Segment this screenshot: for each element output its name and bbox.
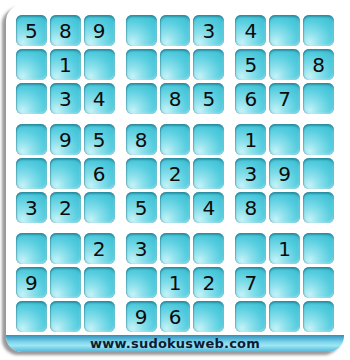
cell-r7c8[interactable]: 1 (269, 233, 300, 264)
cell-r1c9[interactable] (303, 15, 334, 46)
cell-r4c3[interactable]: 5 (84, 124, 115, 155)
cell-r4c5[interactable] (160, 124, 191, 155)
cell-r8c6[interactable]: 2 (193, 267, 224, 298)
cell-r4c9[interactable] (303, 124, 334, 155)
cell-r1c2[interactable]: 8 (50, 15, 81, 46)
cell-r8c8[interactable] (269, 267, 300, 298)
cell-r8c9[interactable] (303, 267, 334, 298)
cell-r6c9[interactable] (303, 192, 334, 223)
box-1: 385 (123, 12, 228, 117)
cell-r3c6[interactable]: 5 (193, 83, 224, 114)
cell-r4c1[interactable] (16, 124, 47, 155)
cell-r8c5[interactable]: 1 (160, 267, 191, 298)
cell-r3c7[interactable]: 6 (235, 83, 266, 114)
website-url[interactable]: www.sudokusweb.com (90, 336, 260, 351)
cell-r5c3[interactable]: 6 (84, 158, 115, 189)
cell-r1c8[interactable] (269, 15, 300, 46)
cell-r9c3[interactable] (84, 301, 115, 332)
box-3: 95632 (13, 121, 118, 226)
cell-r2c5[interactable] (160, 49, 191, 80)
box-0: 589134 (13, 12, 118, 117)
box-5: 1398 (232, 121, 337, 226)
cell-r6c4[interactable]: 5 (126, 192, 157, 223)
cell-r3c8[interactable]: 7 (269, 83, 300, 114)
cell-r4c7[interactable]: 1 (235, 124, 266, 155)
cell-r7c6[interactable] (193, 233, 224, 264)
cell-r5c8[interactable]: 9 (269, 158, 300, 189)
cell-r3c1[interactable] (16, 83, 47, 114)
box-7: 31296 (123, 230, 228, 335)
cell-r3c2[interactable]: 3 (50, 83, 81, 114)
box-2: 45867 (232, 12, 337, 117)
cell-r8c3[interactable] (84, 267, 115, 298)
cell-r1c7[interactable]: 4 (235, 15, 266, 46)
cell-r7c3[interactable]: 2 (84, 233, 115, 264)
cell-r6c3[interactable] (84, 192, 115, 223)
cell-r7c7[interactable] (235, 233, 266, 264)
cell-r1c4[interactable] (126, 15, 157, 46)
cell-r7c9[interactable] (303, 233, 334, 264)
cell-r8c7[interactable]: 7 (235, 267, 266, 298)
cell-r2c9[interactable]: 8 (303, 49, 334, 80)
cell-r9c4[interactable]: 9 (126, 301, 157, 332)
cell-r5c1[interactable] (16, 158, 47, 189)
cell-r1c5[interactable] (160, 15, 191, 46)
cell-r2c6[interactable] (193, 49, 224, 80)
cell-r9c7[interactable] (235, 301, 266, 332)
cell-r2c3[interactable] (84, 49, 115, 80)
sudoku-grid: 589134385458679563282541398293129617 (13, 12, 337, 335)
cell-r7c4[interactable]: 3 (126, 233, 157, 264)
cell-r9c6[interactable] (193, 301, 224, 332)
cell-r6c8[interactable] (269, 192, 300, 223)
cell-r5c9[interactable] (303, 158, 334, 189)
cell-r8c1[interactable]: 9 (16, 267, 47, 298)
cell-r6c6[interactable]: 4 (193, 192, 224, 223)
cell-r2c2[interactable]: 1 (50, 49, 81, 80)
cell-r9c5[interactable]: 6 (160, 301, 191, 332)
cell-r2c8[interactable] (269, 49, 300, 80)
cell-r2c1[interactable] (16, 49, 47, 80)
cell-r3c3[interactable]: 4 (84, 83, 115, 114)
cell-r8c4[interactable] (126, 267, 157, 298)
cell-r3c5[interactable]: 8 (160, 83, 191, 114)
cell-r7c2[interactable] (50, 233, 81, 264)
cell-r6c1[interactable]: 3 (16, 192, 47, 223)
cell-r9c8[interactable] (269, 301, 300, 332)
cell-r6c2[interactable]: 2 (50, 192, 81, 223)
cell-r1c6[interactable]: 3 (193, 15, 224, 46)
cell-r8c2[interactable] (50, 267, 81, 298)
cell-r4c2[interactable]: 9 (50, 124, 81, 155)
cell-r5c5[interactable]: 2 (160, 158, 191, 189)
cell-r2c4[interactable] (126, 49, 157, 80)
footer-bar: www.sudokusweb.com (6, 335, 344, 352)
cell-r9c1[interactable] (16, 301, 47, 332)
box-4: 8254 (123, 121, 228, 226)
cell-r6c7[interactable]: 8 (235, 192, 266, 223)
cell-r3c9[interactable] (303, 83, 334, 114)
cell-r1c3[interactable]: 9 (84, 15, 115, 46)
cell-r6c5[interactable] (160, 192, 191, 223)
cell-r5c4[interactable] (126, 158, 157, 189)
box-8: 17 (232, 230, 337, 335)
cell-r4c8[interactable] (269, 124, 300, 155)
cell-r5c7[interactable]: 3 (235, 158, 266, 189)
sudoku-board-frame: 589134385458679563282541398293129617 www… (6, 5, 344, 352)
cell-r4c6[interactable] (193, 124, 224, 155)
cell-r9c2[interactable] (50, 301, 81, 332)
cell-r4c4[interactable]: 8 (126, 124, 157, 155)
cell-r3c4[interactable] (126, 83, 157, 114)
cell-r5c2[interactable] (50, 158, 81, 189)
box-6: 29 (13, 230, 118, 335)
cell-r5c6[interactable] (193, 158, 224, 189)
cell-r2c7[interactable]: 5 (235, 49, 266, 80)
cell-r9c9[interactable] (303, 301, 334, 332)
cell-r7c1[interactable] (16, 233, 47, 264)
cell-r1c1[interactable]: 5 (16, 15, 47, 46)
cell-r7c5[interactable] (160, 233, 191, 264)
